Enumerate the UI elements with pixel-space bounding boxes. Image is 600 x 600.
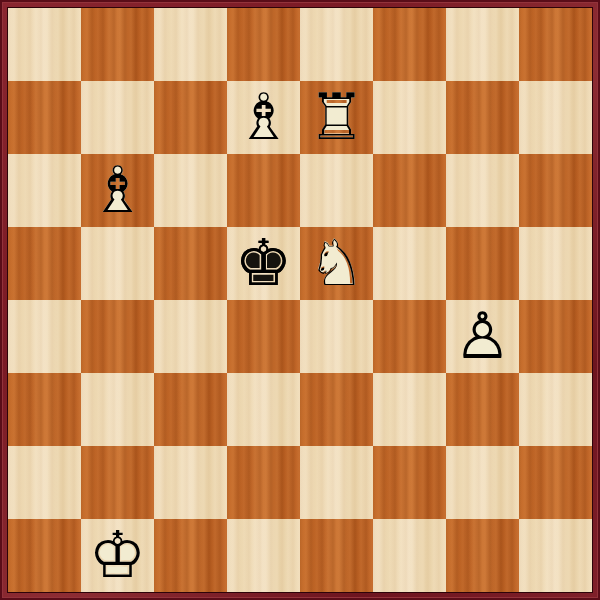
white-pawn-fill: ♟ xyxy=(446,300,519,373)
square-h8[interactable] xyxy=(519,8,592,81)
board-frame: ♝♗♜♖♝♗♚♔♞♘♟♙♚♔ xyxy=(0,0,600,600)
square-g4[interactable]: ♟♙ xyxy=(446,300,519,373)
square-e7[interactable]: ♜♖ xyxy=(300,81,373,154)
square-d5[interactable]: ♚♔ xyxy=(227,227,300,300)
square-c1[interactable] xyxy=(154,519,227,592)
square-e4[interactable] xyxy=(300,300,373,373)
square-h1[interactable] xyxy=(519,519,592,592)
square-a2[interactable] xyxy=(8,446,81,519)
square-e6[interactable] xyxy=(300,154,373,227)
square-c5[interactable] xyxy=(154,227,227,300)
square-b4[interactable] xyxy=(81,300,154,373)
square-a1[interactable] xyxy=(8,519,81,592)
square-f7[interactable] xyxy=(373,81,446,154)
square-f6[interactable] xyxy=(373,154,446,227)
white-knight-e5: ♘ xyxy=(300,227,373,300)
square-d4[interactable] xyxy=(227,300,300,373)
square-a6[interactable] xyxy=(8,154,81,227)
white-pawn-g4: ♙ xyxy=(446,300,519,373)
square-e2[interactable] xyxy=(300,446,373,519)
white-rook-fill: ♜ xyxy=(300,81,373,154)
square-c8[interactable] xyxy=(154,8,227,81)
square-b1[interactable]: ♚♔ xyxy=(81,519,154,592)
square-g2[interactable] xyxy=(446,446,519,519)
square-c2[interactable] xyxy=(154,446,227,519)
square-g3[interactable] xyxy=(446,373,519,446)
chess-board: ♝♗♜♖♝♗♚♔♞♘♟♙♚♔ xyxy=(8,8,592,592)
white-bishop-fill: ♝ xyxy=(227,81,300,154)
square-b3[interactable] xyxy=(81,373,154,446)
square-b5[interactable] xyxy=(81,227,154,300)
square-a8[interactable] xyxy=(8,8,81,81)
white-knight-fill: ♞ xyxy=(300,227,373,300)
square-f1[interactable] xyxy=(373,519,446,592)
black-king-d5: ♔ xyxy=(227,227,300,300)
square-f8[interactable] xyxy=(373,8,446,81)
square-c3[interactable] xyxy=(154,373,227,446)
square-b2[interactable] xyxy=(81,446,154,519)
square-a5[interactable] xyxy=(8,227,81,300)
white-king-b1: ♔ xyxy=(81,519,154,592)
square-a3[interactable] xyxy=(8,373,81,446)
square-h6[interactable] xyxy=(519,154,592,227)
square-g6[interactable] xyxy=(446,154,519,227)
white-bishop-b6: ♗ xyxy=(81,154,154,227)
square-h3[interactable] xyxy=(519,373,592,446)
white-bishop-fill: ♝ xyxy=(81,154,154,227)
square-h5[interactable] xyxy=(519,227,592,300)
white-king-fill: ♚ xyxy=(81,519,154,592)
white-bishop-d7: ♗ xyxy=(227,81,300,154)
square-f2[interactable] xyxy=(373,446,446,519)
square-d7[interactable]: ♝♗ xyxy=(227,81,300,154)
square-f3[interactable] xyxy=(373,373,446,446)
square-a4[interactable] xyxy=(8,300,81,373)
square-e3[interactable] xyxy=(300,373,373,446)
square-c6[interactable] xyxy=(154,154,227,227)
square-d6[interactable] xyxy=(227,154,300,227)
square-b8[interactable] xyxy=(81,8,154,81)
square-g7[interactable] xyxy=(446,81,519,154)
square-f4[interactable] xyxy=(373,300,446,373)
square-h2[interactable] xyxy=(519,446,592,519)
black-king-fill: ♚ xyxy=(227,227,300,300)
white-rook-e7: ♖ xyxy=(300,81,373,154)
square-e5[interactable]: ♞♘ xyxy=(300,227,373,300)
square-e8[interactable] xyxy=(300,8,373,81)
square-f5[interactable] xyxy=(373,227,446,300)
square-c4[interactable] xyxy=(154,300,227,373)
square-d1[interactable] xyxy=(227,519,300,592)
square-b7[interactable] xyxy=(81,81,154,154)
square-h4[interactable] xyxy=(519,300,592,373)
square-c7[interactable] xyxy=(154,81,227,154)
square-d8[interactable] xyxy=(227,8,300,81)
square-e1[interactable] xyxy=(300,519,373,592)
square-g1[interactable] xyxy=(446,519,519,592)
square-a7[interactable] xyxy=(8,81,81,154)
square-g8[interactable] xyxy=(446,8,519,81)
square-h7[interactable] xyxy=(519,81,592,154)
square-d2[interactable] xyxy=(227,446,300,519)
square-b6[interactable]: ♝♗ xyxy=(81,154,154,227)
square-g5[interactable] xyxy=(446,227,519,300)
square-d3[interactable] xyxy=(227,373,300,446)
